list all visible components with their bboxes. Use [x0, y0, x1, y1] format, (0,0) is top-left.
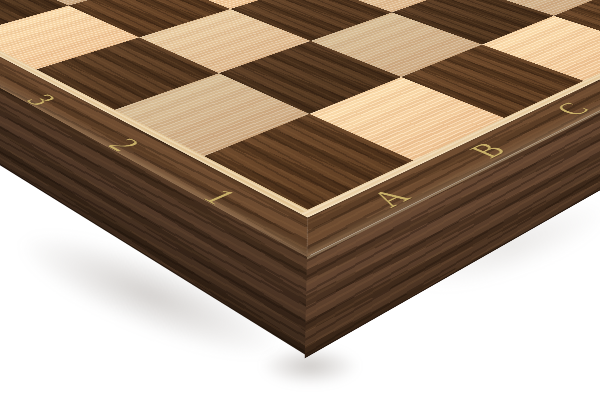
scene-3d: ABCDE12345	[0, 0, 600, 399]
photo-stage: ABCDE12345	[0, 0, 600, 399]
